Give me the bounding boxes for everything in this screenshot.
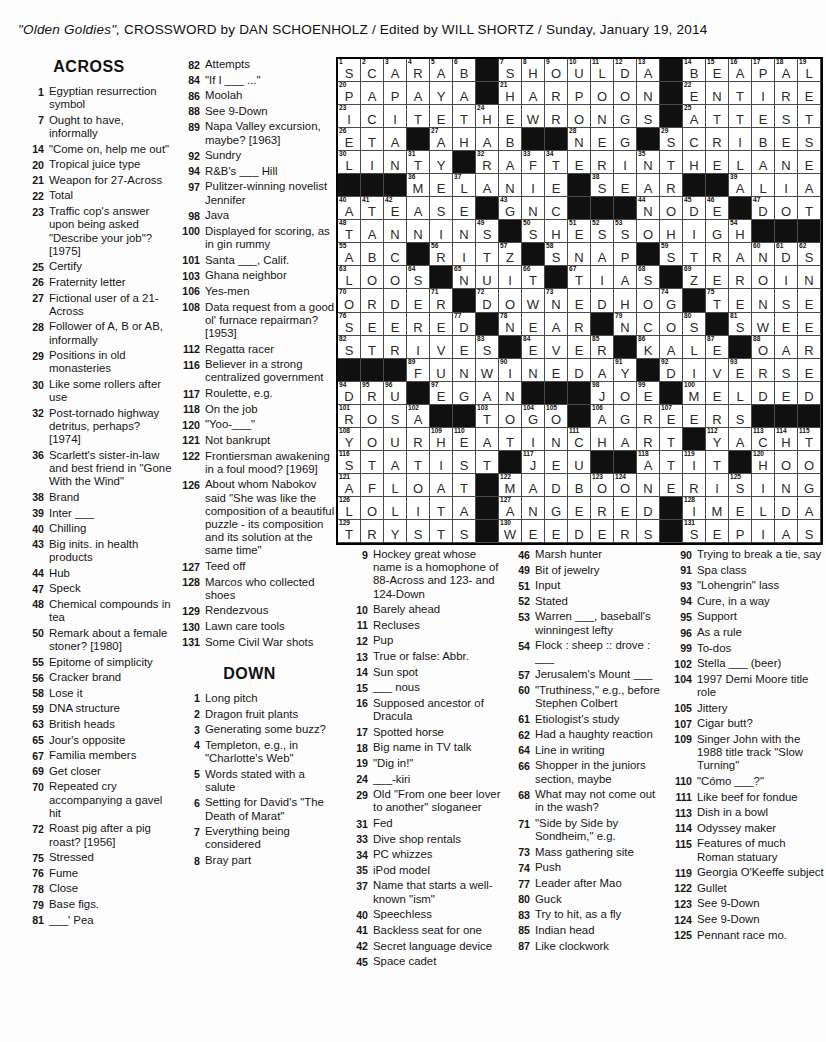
grid-cell[interactable]: O: [361, 266, 384, 289]
grid-cell[interactable]: O: [407, 474, 430, 497]
grid-cell[interactable]: 25A: [683, 105, 706, 128]
grid-cell[interactable]: 46E: [706, 197, 729, 220]
grid-cell[interactable]: I: [522, 174, 545, 197]
grid-cell[interactable]: O: [614, 82, 637, 105]
grid-cell[interactable]: I: [614, 151, 637, 174]
grid-cell[interactable]: E: [614, 497, 637, 520]
grid-cell[interactable]: W: [522, 105, 545, 128]
grid-cell[interactable]: T: [476, 451, 499, 474]
grid-cell[interactable]: 76S: [338, 313, 361, 336]
grid-cell[interactable]: A: [545, 313, 568, 336]
grid-cell[interactable]: 108Y: [338, 428, 361, 451]
grid-cell[interactable]: 124O: [614, 474, 637, 497]
grid-cell[interactable]: U: [476, 266, 499, 289]
grid-cell[interactable]: E: [798, 289, 821, 312]
grid-cell[interactable]: A: [729, 243, 752, 266]
grid-cell[interactable]: H: [614, 289, 637, 312]
grid-cell[interactable]: S: [729, 405, 752, 428]
grid-cell[interactable]: 70O: [338, 289, 361, 312]
grid-cell[interactable]: A: [798, 497, 821, 520]
grid-cell[interactable]: A: [407, 82, 430, 105]
grid-cell[interactable]: T: [729, 82, 752, 105]
grid-cell[interactable]: O: [568, 105, 591, 128]
grid-cell[interactable]: D: [591, 289, 614, 312]
grid-cell[interactable]: 119I: [683, 451, 706, 474]
grid-cell[interactable]: R: [729, 266, 752, 289]
grid-cell[interactable]: 33F: [522, 151, 545, 174]
grid-cell[interactable]: E: [499, 105, 522, 128]
grid-cell[interactable]: N: [545, 428, 568, 451]
grid-cell[interactable]: R: [614, 520, 637, 543]
grid-cell[interactable]: E: [545, 174, 568, 197]
grid-cell[interactable]: 19L: [798, 59, 821, 82]
grid-cell[interactable]: E: [798, 151, 821, 174]
grid-cell[interactable]: A: [476, 128, 499, 151]
grid-cell[interactable]: G: [614, 105, 637, 128]
grid-cell[interactable]: 93E: [729, 359, 752, 382]
grid-cell[interactable]: I: [361, 151, 384, 174]
grid-cell[interactable]: S: [775, 289, 798, 312]
grid-cell[interactable]: A: [361, 220, 384, 243]
grid-cell[interactable]: 115T: [798, 428, 821, 451]
grid-cell[interactable]: E: [522, 313, 545, 336]
grid-cell[interactable]: S: [775, 359, 798, 382]
grid-cell[interactable]: I: [430, 451, 453, 474]
grid-cell[interactable]: V: [706, 359, 729, 382]
grid-cell[interactable]: 51E: [568, 220, 591, 243]
grid-cell[interactable]: 3A: [384, 59, 407, 82]
grid-cell[interactable]: 110E: [453, 428, 476, 451]
grid-cell[interactable]: B: [568, 474, 591, 497]
grid-cell[interactable]: 116S: [338, 451, 361, 474]
grid-cell[interactable]: T: [361, 451, 384, 474]
grid-cell[interactable]: 82S: [338, 336, 361, 359]
grid-cell[interactable]: E: [568, 151, 591, 174]
grid-cell[interactable]: E: [706, 520, 729, 543]
grid-cell[interactable]: 101R: [338, 405, 361, 428]
grid-cell[interactable]: 73N: [545, 289, 568, 312]
grid-cell[interactable]: I: [407, 497, 430, 520]
grid-cell[interactable]: 32R: [476, 151, 499, 174]
grid-cell[interactable]: 42E: [384, 197, 407, 220]
grid-cell[interactable]: 96U: [384, 382, 407, 405]
grid-cell[interactable]: N: [775, 474, 798, 497]
grid-cell[interactable]: 16A: [729, 59, 752, 82]
grid-cell[interactable]: 24H: [476, 105, 499, 128]
grid-cell[interactable]: 97E: [430, 382, 453, 405]
grid-cell[interactable]: T: [729, 105, 752, 128]
grid-cell[interactable]: D: [568, 520, 591, 543]
grid-cell[interactable]: L: [729, 382, 752, 405]
grid-cell[interactable]: L: [384, 497, 407, 520]
grid-cell[interactable]: 43G: [499, 197, 522, 220]
grid-cell[interactable]: N: [522, 197, 545, 220]
grid-cell[interactable]: E: [430, 313, 453, 336]
grid-cell[interactable]: E: [407, 289, 430, 312]
grid-cell[interactable]: 89F: [407, 359, 430, 382]
grid-cell[interactable]: 125S: [729, 474, 752, 497]
grid-cell[interactable]: 11L: [591, 59, 614, 82]
grid-cell[interactable]: 109H: [430, 428, 453, 451]
grid-cell[interactable]: A: [729, 428, 752, 451]
grid-cell[interactable]: 126L: [338, 497, 361, 520]
grid-cell[interactable]: I: [407, 336, 430, 359]
grid-cell[interactable]: S: [430, 197, 453, 220]
grid-cell[interactable]: M: [706, 497, 729, 520]
grid-cell[interactable]: N: [591, 105, 614, 128]
grid-cell[interactable]: P: [568, 82, 591, 105]
grid-cell[interactable]: 122M: [499, 474, 522, 497]
grid-cell[interactable]: O: [361, 497, 384, 520]
grid-cell[interactable]: H: [453, 128, 476, 151]
grid-cell[interactable]: 79N: [614, 313, 637, 336]
grid-cell[interactable]: O: [614, 382, 637, 405]
grid-cell[interactable]: G: [614, 405, 637, 428]
grid-cell[interactable]: N: [568, 243, 591, 266]
grid-cell[interactable]: D: [752, 382, 775, 405]
grid-cell[interactable]: 99E: [637, 382, 660, 405]
grid-cell[interactable]: H: [545, 220, 568, 243]
grid-cell[interactable]: 22E: [683, 82, 706, 105]
grid-cell[interactable]: I: [775, 174, 798, 197]
grid-cell[interactable]: S: [384, 405, 407, 428]
grid-cell[interactable]: N: [637, 82, 660, 105]
grid-cell[interactable]: A: [476, 174, 499, 197]
grid-cell[interactable]: G: [706, 220, 729, 243]
grid-cell[interactable]: 5A: [430, 59, 453, 82]
grid-cell[interactable]: N: [499, 174, 522, 197]
grid-cell[interactable]: D: [637, 497, 660, 520]
grid-cell[interactable]: R: [775, 82, 798, 105]
grid-cell[interactable]: E: [798, 359, 821, 382]
grid-cell[interactable]: 65N: [453, 266, 476, 289]
grid-cell[interactable]: A: [775, 520, 798, 543]
grid-cell[interactable]: A: [798, 174, 821, 197]
grid-cell[interactable]: 63L: [338, 266, 361, 289]
grid-cell[interactable]: 85R: [591, 336, 614, 359]
grid-cell[interactable]: 29S: [660, 128, 683, 151]
grid-cell[interactable]: S: [453, 520, 476, 543]
grid-cell[interactable]: T: [476, 243, 499, 266]
grid-cell[interactable]: D: [798, 382, 821, 405]
grid-cell[interactable]: O: [637, 289, 660, 312]
grid-cell[interactable]: R: [361, 520, 384, 543]
grid-cell[interactable]: R: [706, 128, 729, 151]
grid-cell[interactable]: A: [384, 128, 407, 151]
grid-cell[interactable]: E: [660, 474, 683, 497]
grid-cell[interactable]: E: [453, 336, 476, 359]
grid-cell[interactable]: R: [706, 405, 729, 428]
grid-cell[interactable]: W: [752, 313, 775, 336]
grid-cell[interactable]: 66T: [522, 266, 545, 289]
grid-cell[interactable]: 60N: [752, 243, 775, 266]
grid-cell[interactable]: 83S: [476, 336, 499, 359]
grid-cell[interactable]: A: [660, 336, 683, 359]
grid-cell[interactable]: C: [361, 105, 384, 128]
grid-cell[interactable]: U: [430, 359, 453, 382]
grid-cell[interactable]: O: [499, 405, 522, 428]
grid-cell[interactable]: 23I: [338, 105, 361, 128]
grid-cell[interactable]: 12D: [614, 59, 637, 82]
grid-cell[interactable]: O: [660, 313, 683, 336]
grid-cell[interactable]: 49S: [476, 220, 499, 243]
grid-cell[interactable]: 4R: [407, 59, 430, 82]
grid-cell[interactable]: C: [545, 197, 568, 220]
grid-cell[interactable]: 69Z: [683, 266, 706, 289]
grid-cell[interactable]: 31T: [407, 151, 430, 174]
grid-cell[interactable]: 75T: [706, 289, 729, 312]
grid-cell[interactable]: 14B: [683, 59, 706, 82]
grid-cell[interactable]: E: [614, 174, 637, 197]
grid-cell[interactable]: 120H: [752, 451, 775, 474]
grid-cell[interactable]: 27A: [430, 128, 453, 151]
grid-cell[interactable]: 74G: [660, 289, 683, 312]
grid-cell[interactable]: 117J: [522, 451, 545, 474]
grid-cell[interactable]: O: [591, 82, 614, 105]
grid-cell[interactable]: S: [798, 128, 821, 151]
grid-cell[interactable]: 36M: [407, 174, 430, 197]
grid-cell[interactable]: E: [545, 359, 568, 382]
grid-cell[interactable]: T: [407, 451, 430, 474]
grid-cell[interactable]: 98J: [591, 382, 614, 405]
grid-cell[interactable]: 121A: [338, 474, 361, 497]
grid-cell[interactable]: H: [591, 428, 614, 451]
grid-cell[interactable]: 100M: [683, 382, 706, 405]
grid-cell[interactable]: I: [706, 474, 729, 497]
grid-cell[interactable]: N: [798, 266, 821, 289]
grid-cell[interactable]: 15E: [706, 59, 729, 82]
grid-cell[interactable]: 61D: [775, 243, 798, 266]
grid-cell[interactable]: R: [798, 336, 821, 359]
grid-cell[interactable]: A: [361, 82, 384, 105]
grid-cell[interactable]: 90I: [499, 359, 522, 382]
grid-cell[interactable]: 38S: [591, 174, 614, 197]
grid-cell[interactable]: H: [660, 220, 683, 243]
grid-cell[interactable]: 91Y: [614, 359, 637, 382]
grid-cell[interactable]: 71R: [430, 289, 453, 312]
grid-cell[interactable]: P: [384, 82, 407, 105]
grid-cell[interactable]: 50S: [522, 220, 545, 243]
grid-cell[interactable]: E: [775, 313, 798, 336]
grid-cell[interactable]: 67T: [568, 266, 591, 289]
grid-cell[interactable]: R: [683, 474, 706, 497]
grid-cell[interactable]: N: [522, 497, 545, 520]
grid-cell[interactable]: E: [568, 336, 591, 359]
grid-cell[interactable]: R: [407, 313, 430, 336]
grid-cell[interactable]: N: [384, 220, 407, 243]
grid-cell[interactable]: C: [683, 128, 706, 151]
grid-cell[interactable]: N: [775, 151, 798, 174]
grid-cell[interactable]: I: [775, 266, 798, 289]
grid-cell[interactable]: D: [568, 359, 591, 382]
grid-cell[interactable]: I: [729, 128, 752, 151]
grid-cell[interactable]: 54H: [729, 220, 752, 243]
grid-cell[interactable]: 72D: [476, 289, 499, 312]
grid-cell[interactable]: 111C: [568, 428, 591, 451]
grid-cell[interactable]: R: [752, 359, 775, 382]
grid-cell[interactable]: 47D: [752, 197, 775, 220]
grid-cell[interactable]: A: [499, 151, 522, 174]
grid-cell[interactable]: E: [706, 382, 729, 405]
grid-cell[interactable]: 86K: [637, 336, 660, 359]
grid-cell[interactable]: 88O: [752, 336, 775, 359]
grid-cell[interactable]: 40A: [338, 197, 361, 220]
grid-cell[interactable]: 57Z: [499, 243, 522, 266]
grid-cell[interactable]: 21H: [499, 82, 522, 105]
grid-cell[interactable]: E: [545, 520, 568, 543]
grid-cell[interactable]: T: [361, 128, 384, 151]
grid-cell[interactable]: 87E: [706, 336, 729, 359]
grid-cell[interactable]: 130W: [499, 520, 522, 543]
grid-cell[interactable]: B: [752, 128, 775, 151]
grid-cell[interactable]: 39A: [729, 174, 752, 197]
grid-cell[interactable]: 95R: [361, 382, 384, 405]
grid-cell[interactable]: R: [637, 405, 660, 428]
grid-cell[interactable]: L: [729, 151, 752, 174]
grid-cell[interactable]: E: [545, 451, 568, 474]
grid-cell[interactable]: 1S: [338, 59, 361, 82]
grid-cell[interactable]: 129T: [338, 520, 361, 543]
grid-cell[interactable]: T: [499, 428, 522, 451]
grid-cell[interactable]: A: [614, 266, 637, 289]
grid-cell[interactable]: 107E: [660, 405, 683, 428]
grid-cell[interactable]: E: [706, 266, 729, 289]
grid-cell[interactable]: T: [407, 105, 430, 128]
grid-cell[interactable]: O: [752, 266, 775, 289]
grid-cell[interactable]: N: [453, 220, 476, 243]
grid-cell[interactable]: T: [453, 105, 476, 128]
grid-cell[interactable]: 13A: [637, 59, 660, 82]
grid-cell[interactable]: 9O: [545, 59, 568, 82]
grid-cell[interactable]: 112Y: [706, 428, 729, 451]
grid-cell[interactable]: R: [706, 243, 729, 266]
grid-cell[interactable]: A: [384, 451, 407, 474]
grid-cell[interactable]: E: [568, 289, 591, 312]
grid-cell[interactable]: 48T: [338, 220, 361, 243]
grid-cell[interactable]: P: [729, 520, 752, 543]
grid-cell[interactable]: T: [660, 151, 683, 174]
grid-cell[interactable]: F: [361, 474, 384, 497]
grid-cell[interactable]: 123O: [591, 474, 614, 497]
grid-cell[interactable]: A: [591, 359, 614, 382]
grid-cell[interactable]: 77D: [453, 313, 476, 336]
grid-cell[interactable]: 8H: [522, 59, 545, 82]
grid-cell[interactable]: 113C: [752, 428, 775, 451]
grid-cell[interactable]: R: [545, 82, 568, 105]
grid-cell[interactable]: I: [384, 105, 407, 128]
grid-cell[interactable]: T: [660, 428, 683, 451]
grid-cell[interactable]: 53S: [614, 220, 637, 243]
grid-cell[interactable]: 7S: [499, 59, 522, 82]
grid-cell[interactable]: O: [361, 428, 384, 451]
grid-cell[interactable]: 59S: [660, 243, 683, 266]
grid-cell[interactable]: 62S: [798, 243, 821, 266]
grid-cell[interactable]: R: [637, 428, 660, 451]
grid-cell[interactable]: E: [798, 313, 821, 336]
grid-cell[interactable]: I: [752, 474, 775, 497]
grid-cell[interactable]: E: [522, 520, 545, 543]
grid-cell[interactable]: I: [752, 82, 775, 105]
grid-cell[interactable]: E: [430, 105, 453, 128]
grid-cell[interactable]: U: [568, 451, 591, 474]
grid-cell[interactable]: 26E: [338, 128, 361, 151]
grid-cell[interactable]: A: [522, 474, 545, 497]
grid-cell[interactable]: 30L: [338, 151, 361, 174]
grid-cell[interactable]: I: [683, 220, 706, 243]
grid-cell[interactable]: T: [706, 105, 729, 128]
grid-cell[interactable]: 6B: [453, 59, 476, 82]
grid-cell[interactable]: 52S: [591, 220, 614, 243]
grid-cell[interactable]: C: [384, 243, 407, 266]
grid-cell[interactable]: 103T: [476, 405, 499, 428]
grid-cell[interactable]: Y: [430, 82, 453, 105]
grid-cell[interactable]: A: [752, 151, 775, 174]
grid-cell[interactable]: 34T: [545, 151, 568, 174]
grid-cell[interactable]: S: [798, 520, 821, 543]
grid-cell[interactable]: S: [453, 451, 476, 474]
grid-cell[interactable]: E: [591, 128, 614, 151]
grid-cell[interactable]: A: [476, 382, 499, 405]
grid-cell[interactable]: E: [729, 497, 752, 520]
grid-cell[interactable]: 56R: [430, 243, 453, 266]
grid-cell[interactable]: I: [499, 266, 522, 289]
grid-cell[interactable]: B: [499, 128, 522, 151]
grid-cell[interactable]: O: [775, 451, 798, 474]
grid-cell[interactable]: S: [407, 520, 430, 543]
grid-cell[interactable]: I: [430, 220, 453, 243]
grid-cell[interactable]: T: [798, 197, 821, 220]
grid-cell[interactable]: N: [706, 82, 729, 105]
grid-cell[interactable]: O: [775, 197, 798, 220]
grid-cell[interactable]: 78N: [499, 313, 522, 336]
grid-cell[interactable]: 20P: [338, 82, 361, 105]
grid-cell[interactable]: B: [361, 243, 384, 266]
grid-cell[interactable]: T: [453, 474, 476, 497]
grid-cell[interactable]: 106A: [591, 405, 614, 428]
grid-cell[interactable]: G: [453, 382, 476, 405]
grid-cell[interactable]: 64S: [407, 266, 430, 289]
grid-cell[interactable]: 80S: [683, 313, 706, 336]
grid-cell[interactable]: I: [752, 520, 775, 543]
grid-cell[interactable]: E: [706, 151, 729, 174]
grid-cell[interactable]: R: [407, 428, 430, 451]
grid-cell[interactable]: R: [591, 151, 614, 174]
grid-cell[interactable]: E: [683, 405, 706, 428]
grid-cell[interactable]: T: [430, 497, 453, 520]
grid-cell[interactable]: T: [706, 451, 729, 474]
grid-cell[interactable]: 92D: [660, 359, 683, 382]
grid-cell[interactable]: E: [453, 197, 476, 220]
grid-cell[interactable]: N: [453, 359, 476, 382]
grid-cell[interactable]: 127A: [499, 497, 522, 520]
grid-cell[interactable]: E: [361, 313, 384, 336]
grid-cell[interactable]: R: [545, 105, 568, 128]
grid-cell[interactable]: N: [407, 220, 430, 243]
grid-cell[interactable]: Y: [384, 520, 407, 543]
grid-cell[interactable]: D: [775, 497, 798, 520]
grid-cell[interactable]: H: [683, 151, 706, 174]
grid-cell[interactable]: D: [545, 474, 568, 497]
grid-cell[interactable]: G: [798, 474, 821, 497]
grid-cell[interactable]: 81S: [729, 313, 752, 336]
grid-cell[interactable]: O: [660, 197, 683, 220]
grid-cell[interactable]: T: [660, 451, 683, 474]
grid-cell[interactable]: 17P: [752, 59, 775, 82]
grid-cell[interactable]: I: [522, 428, 545, 451]
grid-cell[interactable]: E: [752, 105, 775, 128]
grid-cell[interactable]: N: [384, 151, 407, 174]
grid-cell[interactable]: 2C: [361, 59, 384, 82]
